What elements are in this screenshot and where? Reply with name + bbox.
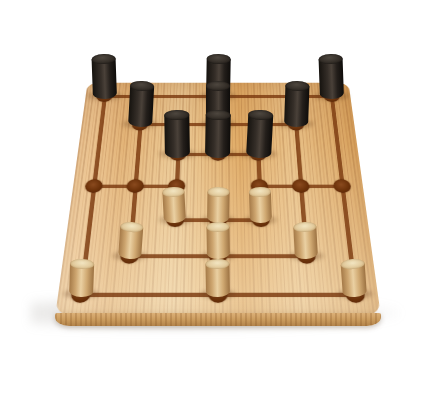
peg-top — [248, 187, 271, 197]
light-peg[interactable] — [207, 192, 230, 223]
light-peg[interactable] — [163, 191, 187, 223]
dark-peg[interactable] — [128, 85, 154, 128]
peg-top — [206, 81, 230, 91]
light-peg[interactable] — [206, 227, 230, 259]
peg-top — [340, 259, 364, 271]
dark-peg[interactable] — [246, 114, 273, 158]
peg-top — [293, 221, 316, 232]
peg-top — [205, 259, 229, 269]
peg-top — [130, 80, 155, 91]
board-hole[interactable] — [333, 179, 352, 193]
dark-peg[interactable] — [165, 114, 191, 157]
light-peg[interactable] — [293, 226, 318, 259]
light-peg[interactable] — [206, 264, 230, 298]
peg-top — [91, 54, 115, 65]
dark-peg[interactable] — [205, 114, 231, 157]
peg-top — [285, 80, 310, 91]
light-peg[interactable] — [118, 226, 143, 260]
light-peg[interactable] — [249, 191, 272, 223]
peg-top — [165, 109, 190, 120]
light-peg[interactable] — [341, 264, 367, 299]
peg-top — [206, 222, 229, 232]
peg-top — [162, 187, 185, 197]
peg-top — [70, 259, 94, 270]
peg-top — [206, 109, 231, 120]
board-hole[interactable] — [292, 179, 310, 193]
dark-peg[interactable] — [91, 59, 116, 100]
dark-peg[interactable] — [284, 86, 310, 128]
dark-peg[interactable] — [318, 59, 343, 100]
peg-top — [207, 187, 229, 197]
board-front-edge — [55, 313, 381, 326]
light-peg[interactable] — [69, 264, 94, 298]
scene — [0, 0, 426, 414]
peg-top — [207, 54, 231, 64]
peg-top — [318, 54, 342, 65]
